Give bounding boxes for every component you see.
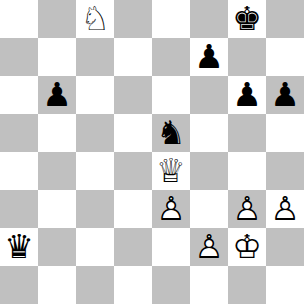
square-b2[interactable] <box>38 228 76 266</box>
square-h5[interactable] <box>266 114 304 152</box>
square-h2[interactable] <box>266 228 304 266</box>
black-pawn-g6[interactable]: ♟ <box>228 76 266 114</box>
square-e2[interactable] <box>152 228 190 266</box>
black-queen-a2[interactable]: ♛ <box>0 228 38 266</box>
square-a5[interactable] <box>0 114 38 152</box>
square-e6[interactable] <box>152 76 190 114</box>
white-pawn-h3[interactable]: ♟♙ <box>266 190 304 228</box>
white-pawn-f2[interactable]: ♟♙ <box>190 228 228 266</box>
square-h8[interactable] <box>266 0 304 38</box>
square-e4[interactable]: ♛♕ <box>152 152 190 190</box>
square-c1[interactable] <box>76 266 114 304</box>
square-a7[interactable] <box>0 38 38 76</box>
chess-board: ♞♘♚♟♟♟♟♞♛♕♟♙♟♙♟♙♛♟♙♚♔ <box>0 0 304 304</box>
square-e1[interactable] <box>152 266 190 304</box>
square-c5[interactable] <box>76 114 114 152</box>
square-f3[interactable] <box>190 190 228 228</box>
square-g4[interactable] <box>228 152 266 190</box>
square-d1[interactable] <box>114 266 152 304</box>
square-a8[interactable] <box>0 0 38 38</box>
square-a1[interactable] <box>0 266 38 304</box>
white-knight-c8[interactable]: ♞♘ <box>76 0 114 38</box>
square-d8[interactable] <box>114 0 152 38</box>
square-a4[interactable] <box>0 152 38 190</box>
square-g3[interactable]: ♟♙ <box>228 190 266 228</box>
square-f8[interactable] <box>190 0 228 38</box>
square-h1[interactable] <box>266 266 304 304</box>
square-h6[interactable]: ♟ <box>266 76 304 114</box>
black-king-g8[interactable]: ♚ <box>228 0 266 38</box>
piece-outline: ♙ <box>228 190 266 228</box>
square-f2[interactable]: ♟♙ <box>190 228 228 266</box>
white-pawn-g3[interactable]: ♟♙ <box>228 190 266 228</box>
square-d5[interactable] <box>114 114 152 152</box>
piece-outline: ♘ <box>76 0 114 38</box>
square-g7[interactable] <box>228 38 266 76</box>
square-c3[interactable] <box>76 190 114 228</box>
square-b8[interactable] <box>38 0 76 38</box>
square-c6[interactable] <box>76 76 114 114</box>
piece-outline: ♙ <box>266 190 304 228</box>
square-g6[interactable]: ♟ <box>228 76 266 114</box>
square-e5[interactable]: ♞ <box>152 114 190 152</box>
square-b1[interactable] <box>38 266 76 304</box>
square-b6[interactable]: ♟ <box>38 76 76 114</box>
square-g1[interactable] <box>228 266 266 304</box>
square-a6[interactable] <box>0 76 38 114</box>
square-c8[interactable]: ♞♘ <box>76 0 114 38</box>
black-pawn-h6[interactable]: ♟ <box>266 76 304 114</box>
square-c4[interactable] <box>76 152 114 190</box>
white-pawn-e3[interactable]: ♟♙ <box>152 190 190 228</box>
black-pawn-b6[interactable]: ♟ <box>38 76 76 114</box>
square-g8[interactable]: ♚ <box>228 0 266 38</box>
square-h7[interactable] <box>266 38 304 76</box>
square-f1[interactable] <box>190 266 228 304</box>
black-pawn-f7[interactable]: ♟ <box>190 38 228 76</box>
black-knight-e5[interactable]: ♞ <box>152 114 190 152</box>
square-b4[interactable] <box>38 152 76 190</box>
square-d4[interactable] <box>114 152 152 190</box>
square-c7[interactable] <box>76 38 114 76</box>
square-b3[interactable] <box>38 190 76 228</box>
square-c2[interactable] <box>76 228 114 266</box>
square-d7[interactable] <box>114 38 152 76</box>
square-f4[interactable] <box>190 152 228 190</box>
square-f6[interactable] <box>190 76 228 114</box>
square-b7[interactable] <box>38 38 76 76</box>
square-d3[interactable] <box>114 190 152 228</box>
square-g2[interactable]: ♚♔ <box>228 228 266 266</box>
square-e7[interactable] <box>152 38 190 76</box>
square-a2[interactable]: ♛ <box>0 228 38 266</box>
square-d6[interactable] <box>114 76 152 114</box>
white-queen-e4[interactable]: ♛♕ <box>152 152 190 190</box>
square-g5[interactable] <box>228 114 266 152</box>
piece-outline: ♙ <box>190 228 228 266</box>
square-e3[interactable]: ♟♙ <box>152 190 190 228</box>
square-h3[interactable]: ♟♙ <box>266 190 304 228</box>
square-f5[interactable] <box>190 114 228 152</box>
piece-outline: ♙ <box>152 190 190 228</box>
square-h4[interactable] <box>266 152 304 190</box>
square-a3[interactable] <box>0 190 38 228</box>
square-e8[interactable] <box>152 0 190 38</box>
square-b5[interactable] <box>38 114 76 152</box>
piece-outline: ♕ <box>152 152 190 190</box>
white-king-g2[interactable]: ♚♔ <box>228 228 266 266</box>
square-d2[interactable] <box>114 228 152 266</box>
square-f7[interactable]: ♟ <box>190 38 228 76</box>
piece-outline: ♔ <box>228 228 266 266</box>
